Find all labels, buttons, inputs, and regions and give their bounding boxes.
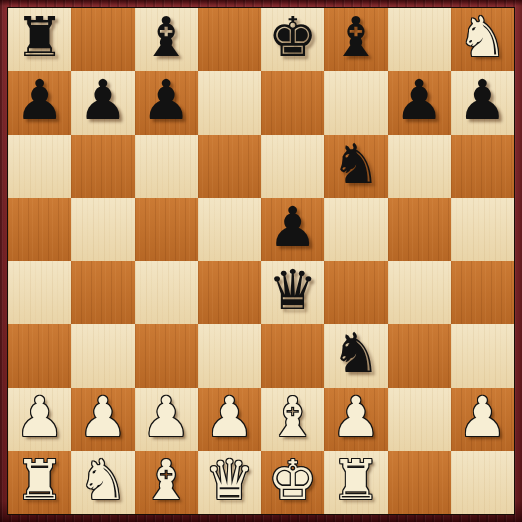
white-knight-b1[interactable]: ♞ — [78, 453, 127, 508]
black-knight-f3[interactable]: ♞ — [331, 326, 380, 381]
white-pawn-c2[interactable]: ♟ — [141, 390, 190, 445]
square-f2[interactable]: ♟ — [324, 388, 387, 451]
white-rook-f1[interactable]: ♜ — [331, 453, 380, 508]
black-pawn-h7[interactable]: ♟ — [458, 73, 507, 128]
square-b1[interactable]: ♞ — [71, 451, 134, 514]
square-g8[interactable] — [388, 8, 451, 71]
square-e8[interactable]: ♚ — [261, 8, 324, 71]
square-h3[interactable] — [451, 324, 514, 387]
chess-app: ♜♝♚♝♞♟♟♟♟♟♞♟♛♞♟♟♟♟♝♟♟♜♞♝♛♚♜ — [0, 0, 522, 522]
white-pawn-d2[interactable]: ♟ — [205, 390, 254, 445]
square-c2[interactable]: ♟ — [135, 388, 198, 451]
square-h1[interactable] — [451, 451, 514, 514]
square-g1[interactable] — [388, 451, 451, 514]
square-f6[interactable]: ♞ — [324, 135, 387, 198]
white-king-e1[interactable]: ♚ — [268, 453, 317, 508]
square-h4[interactable] — [451, 261, 514, 324]
square-g4[interactable] — [388, 261, 451, 324]
square-a6[interactable] — [8, 135, 71, 198]
square-b8[interactable] — [71, 8, 134, 71]
black-bishop-f8[interactable]: ♝ — [331, 10, 380, 65]
square-b5[interactable] — [71, 198, 134, 261]
black-king-e8[interactable]: ♚ — [268, 10, 317, 65]
square-e7[interactable] — [261, 71, 324, 134]
square-a5[interactable] — [8, 198, 71, 261]
white-pawn-a2[interactable]: ♟ — [15, 390, 64, 445]
square-b6[interactable] — [71, 135, 134, 198]
square-e6[interactable] — [261, 135, 324, 198]
square-a7[interactable]: ♟ — [8, 71, 71, 134]
white-bishop-e2[interactable]: ♝ — [268, 390, 317, 445]
white-rook-a1[interactable]: ♜ — [15, 453, 64, 508]
square-h8[interactable]: ♞ — [451, 8, 514, 71]
square-d7[interactable] — [198, 71, 261, 134]
square-f5[interactable] — [324, 198, 387, 261]
square-c8[interactable]: ♝ — [135, 8, 198, 71]
square-e5[interactable]: ♟ — [261, 198, 324, 261]
square-d8[interactable] — [198, 8, 261, 71]
square-g3[interactable] — [388, 324, 451, 387]
black-pawn-c7[interactable]: ♟ — [141, 73, 190, 128]
square-f3[interactable]: ♞ — [324, 324, 387, 387]
black-queen-e4[interactable]: ♛ — [268, 263, 317, 318]
square-d5[interactable] — [198, 198, 261, 261]
square-f7[interactable] — [324, 71, 387, 134]
white-bishop-c1[interactable]: ♝ — [141, 453, 190, 508]
black-bishop-c8[interactable]: ♝ — [141, 10, 190, 65]
square-e3[interactable] — [261, 324, 324, 387]
square-e1[interactable]: ♚ — [261, 451, 324, 514]
square-e4[interactable]: ♛ — [261, 261, 324, 324]
black-pawn-g7[interactable]: ♟ — [394, 73, 443, 128]
square-c5[interactable] — [135, 198, 198, 261]
square-g6[interactable] — [388, 135, 451, 198]
square-a3[interactable] — [8, 324, 71, 387]
white-queen-d1[interactable]: ♛ — [205, 453, 254, 508]
chess-board: ♜♝♚♝♞♟♟♟♟♟♞♟♛♞♟♟♟♟♝♟♟♜♞♝♛♚♜ — [7, 7, 515, 515]
square-b7[interactable]: ♟ — [71, 71, 134, 134]
square-d4[interactable] — [198, 261, 261, 324]
black-pawn-b7[interactable]: ♟ — [78, 73, 127, 128]
square-h5[interactable] — [451, 198, 514, 261]
square-b4[interactable] — [71, 261, 134, 324]
square-f1[interactable]: ♜ — [324, 451, 387, 514]
square-b2[interactable]: ♟ — [71, 388, 134, 451]
square-g2[interactable] — [388, 388, 451, 451]
square-h6[interactable] — [451, 135, 514, 198]
square-a1[interactable]: ♜ — [8, 451, 71, 514]
square-c7[interactable]: ♟ — [135, 71, 198, 134]
square-h7[interactable]: ♟ — [451, 71, 514, 134]
black-rook-a8[interactable]: ♜ — [15, 10, 64, 65]
square-h2[interactable]: ♟ — [451, 388, 514, 451]
square-c1[interactable]: ♝ — [135, 451, 198, 514]
black-pawn-e5[interactable]: ♟ — [268, 200, 317, 255]
square-f8[interactable]: ♝ — [324, 8, 387, 71]
square-f4[interactable] — [324, 261, 387, 324]
square-a2[interactable]: ♟ — [8, 388, 71, 451]
square-g5[interactable] — [388, 198, 451, 261]
black-pawn-a7[interactable]: ♟ — [15, 73, 64, 128]
square-a4[interactable] — [8, 261, 71, 324]
square-d6[interactable] — [198, 135, 261, 198]
square-c4[interactable] — [135, 261, 198, 324]
board-frame: ♜♝♚♝♞♟♟♟♟♟♞♟♛♞♟♟♟♟♝♟♟♜♞♝♛♚♜ — [0, 0, 522, 522]
square-c6[interactable] — [135, 135, 198, 198]
square-b3[interactable] — [71, 324, 134, 387]
white-pawn-h2[interactable]: ♟ — [458, 390, 507, 445]
square-e2[interactable]: ♝ — [261, 388, 324, 451]
square-d1[interactable]: ♛ — [198, 451, 261, 514]
square-a8[interactable]: ♜ — [8, 8, 71, 71]
white-knight-h8[interactable]: ♞ — [458, 10, 507, 65]
square-c3[interactable] — [135, 324, 198, 387]
square-d3[interactable] — [198, 324, 261, 387]
square-d2[interactable]: ♟ — [198, 388, 261, 451]
white-pawn-b2[interactable]: ♟ — [78, 390, 127, 445]
square-g7[interactable]: ♟ — [388, 71, 451, 134]
white-pawn-f2[interactable]: ♟ — [331, 390, 380, 445]
black-knight-f6[interactable]: ♞ — [331, 137, 380, 192]
